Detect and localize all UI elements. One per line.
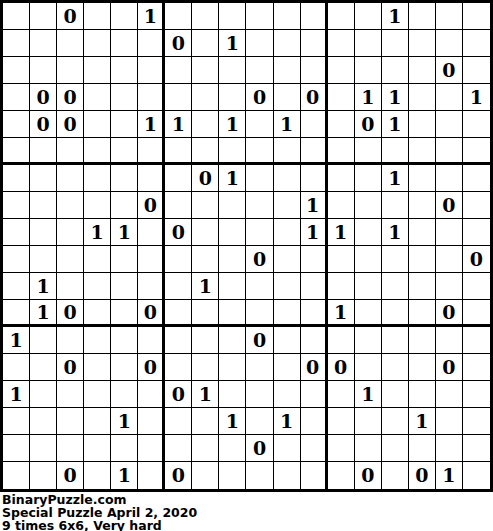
given-cell-r13c5: 0 — [138, 354, 165, 381]
given-cell-r14c0: 1 — [3, 381, 30, 408]
empty-cell-r14c3[interactable] — [84, 381, 111, 408]
empty-cell-r7c17[interactable] — [463, 192, 490, 219]
given-cell-r4c6: 1 — [165, 111, 192, 138]
empty-cell-r14c1[interactable] — [30, 381, 57, 408]
empty-cell-r13c17[interactable] — [463, 354, 490, 381]
empty-cell-r12c15[interactable] — [409, 327, 436, 354]
empty-cell-r17c10[interactable] — [274, 462, 301, 489]
empty-cell-r5c1[interactable] — [30, 138, 57, 165]
empty-cell-r9c16[interactable] — [436, 246, 463, 273]
empty-cell-r11c17[interactable] — [463, 300, 490, 327]
empty-cell-r9c2[interactable] — [57, 246, 84, 273]
empty-cell-r8c9[interactable] — [246, 219, 273, 246]
empty-cell-r9c8[interactable] — [219, 246, 246, 273]
empty-cell-r15c16[interactable] — [436, 408, 463, 435]
empty-cell-r11c3[interactable] — [84, 300, 111, 327]
empty-cell-r16c8[interactable] — [219, 435, 246, 462]
given-cell-r15c15: 1 — [409, 408, 436, 435]
empty-cell-r2c10[interactable] — [274, 57, 301, 84]
empty-cell-r13c10[interactable] — [274, 354, 301, 381]
empty-cell-r1c9[interactable] — [246, 30, 273, 57]
empty-cell-r17c8[interactable] — [219, 462, 246, 489]
empty-cell-r11c15[interactable] — [409, 300, 436, 327]
empty-cell-r5c10[interactable] — [274, 138, 301, 165]
empty-cell-r13c6[interactable] — [165, 354, 192, 381]
empty-cell-r6c17[interactable] — [463, 165, 490, 192]
empty-cell-r8c13[interactable] — [355, 219, 382, 246]
empty-cell-r13c14[interactable] — [382, 354, 409, 381]
empty-cell-r8c15[interactable] — [409, 219, 436, 246]
empty-cell-r11c6[interactable] — [165, 300, 192, 327]
empty-cell-r12c16[interactable] — [436, 327, 463, 354]
empty-cell-r2c0[interactable] — [3, 57, 30, 84]
empty-cell-r1c16[interactable] — [436, 30, 463, 57]
empty-cell-r0c16[interactable] — [436, 3, 463, 30]
empty-cell-r15c1[interactable] — [30, 408, 57, 435]
empty-cell-r13c0[interactable] — [3, 354, 30, 381]
empty-cell-r6c1[interactable] — [30, 165, 57, 192]
empty-cell-r9c4[interactable] — [111, 246, 138, 273]
given-cell-r4c14: 1 — [382, 111, 409, 138]
given-cell-r0c5: 1 — [138, 3, 165, 30]
empty-cell-r1c7[interactable] — [192, 30, 219, 57]
empty-cell-r15c6[interactable] — [165, 408, 192, 435]
empty-cell-r16c3[interactable] — [84, 435, 111, 462]
empty-cell-r9c7[interactable] — [192, 246, 219, 273]
empty-cell-r6c3[interactable] — [84, 165, 111, 192]
empty-cell-r1c5[interactable] — [138, 30, 165, 57]
given-cell-r12c9: 0 — [246, 327, 273, 354]
empty-cell-r15c13[interactable] — [355, 408, 382, 435]
empty-cell-r7c14[interactable] — [382, 192, 409, 219]
empty-cell-r10c2[interactable] — [57, 273, 84, 300]
empty-cell-r12c6[interactable] — [165, 327, 192, 354]
binary-puzzle-page: 0110100000111001111010110101101110011100… — [0, 0, 493, 531]
empty-cell-r3c15[interactable] — [409, 84, 436, 111]
given-cell-r10c7: 1 — [192, 273, 219, 300]
given-cell-r15c8: 1 — [219, 408, 246, 435]
empty-cell-r17c7[interactable] — [192, 462, 219, 489]
empty-cell-r2c11[interactable] — [301, 57, 328, 84]
empty-cell-r14c12[interactable] — [328, 381, 355, 408]
empty-cell-r10c11[interactable] — [301, 273, 328, 300]
empty-cell-r2c13[interactable] — [355, 57, 382, 84]
empty-cell-r11c13[interactable] — [355, 300, 382, 327]
empty-cell-r4c0[interactable] — [3, 111, 30, 138]
empty-cell-r5c16[interactable] — [436, 138, 463, 165]
given-cell-r9c17: 0 — [463, 246, 490, 273]
empty-cell-r14c11[interactable] — [301, 381, 328, 408]
given-cell-r8c3: 1 — [84, 219, 111, 246]
empty-cell-r15c0[interactable] — [3, 408, 30, 435]
empty-cell-r13c13[interactable] — [355, 354, 382, 381]
empty-cell-r1c4[interactable] — [111, 30, 138, 57]
given-cell-r1c8: 1 — [219, 30, 246, 57]
empty-cell-r12c3[interactable] — [84, 327, 111, 354]
empty-cell-r17c11[interactable] — [301, 462, 328, 489]
empty-cell-r5c4[interactable] — [111, 138, 138, 165]
empty-cell-r10c17[interactable] — [463, 273, 490, 300]
given-cell-r9c9: 0 — [246, 246, 273, 273]
empty-cell-r16c15[interactable] — [409, 435, 436, 462]
empty-cell-r6c4[interactable] — [111, 165, 138, 192]
empty-cell-r14c9[interactable] — [246, 381, 273, 408]
empty-cell-r0c12[interactable] — [328, 3, 355, 30]
given-cell-r7c16: 0 — [436, 192, 463, 219]
empty-cell-r8c1[interactable] — [30, 219, 57, 246]
empty-cell-r2c9[interactable] — [246, 57, 273, 84]
empty-cell-r10c4[interactable] — [111, 273, 138, 300]
empty-cell-r8c2[interactable] — [57, 219, 84, 246]
empty-cell-r16c0[interactable] — [3, 435, 30, 462]
empty-cell-r6c13[interactable] — [355, 165, 382, 192]
empty-cell-r7c2[interactable] — [57, 192, 84, 219]
empty-cell-r12c1[interactable] — [30, 327, 57, 354]
empty-cell-r17c5[interactable] — [138, 462, 165, 489]
given-cell-r8c14: 1 — [382, 219, 409, 246]
empty-cell-r7c7[interactable] — [192, 192, 219, 219]
empty-cell-r4c15[interactable] — [409, 111, 436, 138]
empty-cell-r11c10[interactable] — [274, 300, 301, 327]
empty-cell-r0c7[interactable] — [192, 3, 219, 30]
empty-cell-r7c13[interactable] — [355, 192, 382, 219]
empty-cell-r0c9[interactable] — [246, 3, 273, 30]
empty-cell-r7c8[interactable] — [219, 192, 246, 219]
empty-cell-r17c17[interactable] — [463, 462, 490, 489]
given-cell-r17c16: 1 — [436, 462, 463, 489]
empty-cell-r11c0[interactable] — [3, 300, 30, 327]
empty-cell-r12c7[interactable] — [192, 327, 219, 354]
empty-cell-r17c3[interactable] — [84, 462, 111, 489]
empty-cell-r12c13[interactable] — [355, 327, 382, 354]
empty-cell-r13c9[interactable] — [246, 354, 273, 381]
empty-cell-r15c9[interactable] — [246, 408, 273, 435]
empty-cell-r0c15[interactable] — [409, 3, 436, 30]
empty-cell-r2c4[interactable] — [111, 57, 138, 84]
empty-cell-r2c2[interactable] — [57, 57, 84, 84]
empty-cell-r14c17[interactable] — [463, 381, 490, 408]
empty-cell-r2c5[interactable] — [138, 57, 165, 84]
empty-cell-r10c15[interactable] — [409, 273, 436, 300]
empty-cell-r16c1[interactable] — [30, 435, 57, 462]
empty-cell-r5c3[interactable] — [84, 138, 111, 165]
empty-cell-r12c2[interactable] — [57, 327, 84, 354]
empty-cell-r15c3[interactable] — [84, 408, 111, 435]
empty-cell-r9c1[interactable] — [30, 246, 57, 273]
given-cell-r6c8: 1 — [219, 165, 246, 192]
empty-cell-r1c3[interactable] — [84, 30, 111, 57]
empty-cell-r15c5[interactable] — [138, 408, 165, 435]
empty-cell-r17c0[interactable] — [3, 462, 30, 489]
empty-cell-r15c2[interactable] — [57, 408, 84, 435]
empty-cell-r7c15[interactable] — [409, 192, 436, 219]
empty-cell-r3c10[interactable] — [274, 84, 301, 111]
empty-cell-r6c16[interactable] — [436, 165, 463, 192]
empty-cell-r10c14[interactable] — [382, 273, 409, 300]
empty-cell-r17c1[interactable] — [30, 462, 57, 489]
empty-cell-r8c8[interactable] — [219, 219, 246, 246]
empty-cell-r11c4[interactable] — [111, 300, 138, 327]
empty-cell-r10c3[interactable] — [84, 273, 111, 300]
empty-cell-r11c14[interactable] — [382, 300, 409, 327]
empty-cell-r16c11[interactable] — [301, 435, 328, 462]
empty-cell-r12c17[interactable] — [463, 327, 490, 354]
empty-cell-r16c4[interactable] — [111, 435, 138, 462]
empty-cell-r1c11[interactable] — [301, 30, 328, 57]
empty-cell-r1c14[interactable] — [382, 30, 409, 57]
empty-cell-r6c15[interactable] — [409, 165, 436, 192]
empty-cell-r0c0[interactable] — [3, 3, 30, 30]
empty-cell-r14c2[interactable] — [57, 381, 84, 408]
empty-cell-r12c10[interactable] — [274, 327, 301, 354]
empty-cell-r6c11[interactable] — [301, 165, 328, 192]
empty-cell-r2c12[interactable] — [328, 57, 355, 84]
empty-cell-r11c8[interactable] — [219, 300, 246, 327]
empty-cell-r13c8[interactable] — [219, 354, 246, 381]
empty-cell-r15c17[interactable] — [463, 408, 490, 435]
empty-cell-r13c3[interactable] — [84, 354, 111, 381]
empty-cell-r9c14[interactable] — [382, 246, 409, 273]
empty-cell-r11c7[interactable] — [192, 300, 219, 327]
empty-cell-r17c14[interactable] — [382, 462, 409, 489]
empty-cell-r0c6[interactable] — [165, 3, 192, 30]
empty-cell-r0c13[interactable] — [355, 3, 382, 30]
empty-cell-r6c0[interactable] — [3, 165, 30, 192]
given-cell-r4c1: 0 — [30, 111, 57, 138]
empty-cell-r14c10[interactable] — [274, 381, 301, 408]
empty-cell-r15c14[interactable] — [382, 408, 409, 435]
empty-cell-r16c2[interactable] — [57, 435, 84, 462]
empty-cell-r17c12[interactable] — [328, 462, 355, 489]
empty-cell-r16c12[interactable] — [328, 435, 355, 462]
empty-cell-r12c12[interactable] — [328, 327, 355, 354]
empty-cell-r10c8[interactable] — [219, 273, 246, 300]
empty-cell-r9c15[interactable] — [409, 246, 436, 273]
empty-cell-r1c12[interactable] — [328, 30, 355, 57]
empty-cell-r7c9[interactable] — [246, 192, 273, 219]
given-cell-r16c9: 0 — [246, 435, 273, 462]
empty-cell-r3c5[interactable] — [138, 84, 165, 111]
given-cell-r13c16: 0 — [436, 354, 463, 381]
empty-cell-r13c7[interactable] — [192, 354, 219, 381]
empty-cell-r16c16[interactable] — [436, 435, 463, 462]
empty-cell-r8c17[interactable] — [463, 219, 490, 246]
empty-cell-r12c4[interactable] — [111, 327, 138, 354]
empty-cell-r5c6[interactable] — [165, 138, 192, 165]
empty-cell-r5c5[interactable] — [138, 138, 165, 165]
given-cell-r3c9: 0 — [246, 84, 273, 111]
empty-cell-r1c0[interactable] — [3, 30, 30, 57]
given-cell-r11c5: 0 — [138, 300, 165, 327]
empty-cell-r4c4[interactable] — [111, 111, 138, 138]
empty-cell-r8c7[interactable] — [192, 219, 219, 246]
empty-cell-r16c14[interactable] — [382, 435, 409, 462]
empty-cell-r10c5[interactable] — [138, 273, 165, 300]
empty-cell-r9c3[interactable] — [84, 246, 111, 273]
empty-cell-r2c14[interactable] — [382, 57, 409, 84]
empty-cell-r5c8[interactable] — [219, 138, 246, 165]
empty-cell-r2c6[interactable] — [165, 57, 192, 84]
given-cell-r11c1: 1 — [30, 300, 57, 327]
empty-cell-r14c15[interactable] — [409, 381, 436, 408]
empty-cell-r5c15[interactable] — [409, 138, 436, 165]
empty-cell-r0c11[interactable] — [301, 3, 328, 30]
empty-cell-r11c11[interactable] — [301, 300, 328, 327]
empty-cell-r16c7[interactable] — [192, 435, 219, 462]
given-cell-r3c2: 0 — [57, 84, 84, 111]
empty-cell-r10c12[interactable] — [328, 273, 355, 300]
empty-cell-r7c6[interactable] — [165, 192, 192, 219]
empty-cell-r0c10[interactable] — [274, 3, 301, 30]
empty-cell-r1c1[interactable] — [30, 30, 57, 57]
empty-cell-r5c0[interactable] — [3, 138, 30, 165]
empty-cell-r5c13[interactable] — [355, 138, 382, 165]
empty-cell-r14c8[interactable] — [219, 381, 246, 408]
given-cell-r17c13: 0 — [355, 462, 382, 489]
empty-cell-r14c5[interactable] — [138, 381, 165, 408]
empty-cell-r10c10[interactable] — [274, 273, 301, 300]
empty-cell-r16c10[interactable] — [274, 435, 301, 462]
empty-cell-r14c14[interactable] — [382, 381, 409, 408]
empty-cell-r13c4[interactable] — [111, 354, 138, 381]
empty-cell-r0c4[interactable] — [111, 3, 138, 30]
empty-cell-r8c5[interactable] — [138, 219, 165, 246]
empty-cell-r4c9[interactable] — [246, 111, 273, 138]
given-cell-r4c8: 1 — [219, 111, 246, 138]
empty-cell-r0c17[interactable] — [463, 3, 490, 30]
empty-cell-r10c9[interactable] — [246, 273, 273, 300]
footer-puzzle-spec: 9 times 6x6, Very hard — [2, 519, 493, 531]
empty-cell-r16c13[interactable] — [355, 435, 382, 462]
empty-cell-r12c14[interactable] — [382, 327, 409, 354]
given-cell-r11c2: 0 — [57, 300, 84, 327]
empty-cell-r3c3[interactable] — [84, 84, 111, 111]
empty-cell-r9c6[interactable] — [165, 246, 192, 273]
empty-cell-r10c6[interactable] — [165, 273, 192, 300]
given-cell-r4c2: 0 — [57, 111, 84, 138]
empty-cell-r7c1[interactable] — [30, 192, 57, 219]
empty-cell-r15c11[interactable] — [301, 408, 328, 435]
empty-cell-r2c1[interactable] — [30, 57, 57, 84]
empty-cell-r15c7[interactable] — [192, 408, 219, 435]
footer: BinaryPuzzle.com Special Puzzle April 2,… — [0, 492, 493, 531]
empty-cell-r4c17[interactable] — [463, 111, 490, 138]
empty-cell-r2c17[interactable] — [463, 57, 490, 84]
empty-cell-r9c0[interactable] — [3, 246, 30, 273]
empty-cell-r3c7[interactable] — [192, 84, 219, 111]
empty-cell-r9c12[interactable] — [328, 246, 355, 273]
empty-cell-r2c15[interactable] — [409, 57, 436, 84]
empty-cell-r2c8[interactable] — [219, 57, 246, 84]
given-cell-r6c7: 0 — [192, 165, 219, 192]
empty-cell-r5c9[interactable] — [246, 138, 273, 165]
empty-cell-r4c3[interactable] — [84, 111, 111, 138]
empty-cell-r12c11[interactable] — [301, 327, 328, 354]
empty-cell-r6c5[interactable] — [138, 165, 165, 192]
empty-cell-r8c0[interactable] — [3, 219, 30, 246]
given-cell-r14c6: 0 — [165, 381, 192, 408]
empty-cell-r2c7[interactable] — [192, 57, 219, 84]
given-cell-r17c4: 1 — [111, 462, 138, 489]
empty-cell-r5c12[interactable] — [328, 138, 355, 165]
empty-cell-r0c1[interactable] — [30, 3, 57, 30]
empty-cell-r16c5[interactable] — [138, 435, 165, 462]
empty-cell-r3c0[interactable] — [3, 84, 30, 111]
empty-cell-r7c12[interactable] — [328, 192, 355, 219]
empty-cell-r9c5[interactable] — [138, 246, 165, 273]
empty-cell-r13c15[interactable] — [409, 354, 436, 381]
empty-cell-r7c0[interactable] — [3, 192, 30, 219]
empty-cell-r1c15[interactable] — [409, 30, 436, 57]
empty-cell-r10c16[interactable] — [436, 273, 463, 300]
empty-cell-r7c3[interactable] — [84, 192, 111, 219]
empty-cell-r1c2[interactable] — [57, 30, 84, 57]
empty-cell-r1c13[interactable] — [355, 30, 382, 57]
empty-cell-r5c14[interactable] — [382, 138, 409, 165]
empty-cell-r3c16[interactable] — [436, 84, 463, 111]
empty-cell-r17c9[interactable] — [246, 462, 273, 489]
empty-cell-r5c7[interactable] — [192, 138, 219, 165]
empty-cell-r7c4[interactable] — [111, 192, 138, 219]
empty-cell-r0c8[interactable] — [219, 3, 246, 30]
empty-cell-r14c16[interactable] — [436, 381, 463, 408]
given-cell-r11c12: 1 — [328, 300, 355, 327]
empty-cell-r12c8[interactable] — [219, 327, 246, 354]
empty-cell-r3c4[interactable] — [111, 84, 138, 111]
empty-cell-r10c13[interactable] — [355, 273, 382, 300]
empty-cell-r1c17[interactable] — [463, 30, 490, 57]
empty-cell-r5c11[interactable] — [301, 138, 328, 165]
empty-cell-r6c10[interactable] — [274, 165, 301, 192]
empty-cell-r12c5[interactable] — [138, 327, 165, 354]
given-cell-r13c2: 0 — [57, 354, 84, 381]
empty-cell-r8c16[interactable] — [436, 219, 463, 246]
given-cell-r10c1: 1 — [30, 273, 57, 300]
empty-cell-r16c6[interactable] — [165, 435, 192, 462]
empty-cell-r6c9[interactable] — [246, 165, 273, 192]
empty-cell-r3c6[interactable] — [165, 84, 192, 111]
empty-cell-r9c11[interactable] — [301, 246, 328, 273]
empty-cell-r7c10[interactable] — [274, 192, 301, 219]
empty-cell-r1c10[interactable] — [274, 30, 301, 57]
empty-cell-r13c1[interactable] — [30, 354, 57, 381]
given-cell-r4c10: 1 — [274, 111, 301, 138]
empty-cell-r15c12[interactable] — [328, 408, 355, 435]
given-cell-r15c10: 1 — [274, 408, 301, 435]
empty-cell-r4c7[interactable] — [192, 111, 219, 138]
empty-cell-r16c17[interactable] — [463, 435, 490, 462]
empty-cell-r14c4[interactable] — [111, 381, 138, 408]
empty-cell-r3c8[interactable] — [219, 84, 246, 111]
empty-cell-r6c6[interactable] — [165, 165, 192, 192]
given-cell-r3c1: 0 — [30, 84, 57, 111]
empty-cell-r9c13[interactable] — [355, 246, 382, 273]
empty-cell-r0c3[interactable] — [84, 3, 111, 30]
empty-cell-r5c2[interactable] — [57, 138, 84, 165]
empty-cell-r9c10[interactable] — [274, 246, 301, 273]
empty-cell-r5c17[interactable] — [463, 138, 490, 165]
empty-cell-r3c12[interactable] — [328, 84, 355, 111]
empty-cell-r4c16[interactable] — [436, 111, 463, 138]
empty-cell-r6c12[interactable] — [328, 165, 355, 192]
empty-cell-r2c3[interactable] — [84, 57, 111, 84]
empty-cell-r8c10[interactable] — [274, 219, 301, 246]
empty-cell-r4c11[interactable] — [301, 111, 328, 138]
empty-cell-r10c0[interactable] — [3, 273, 30, 300]
empty-cell-r6c2[interactable] — [57, 165, 84, 192]
empty-cell-r4c12[interactable] — [328, 111, 355, 138]
empty-cell-r11c9[interactable] — [246, 300, 273, 327]
